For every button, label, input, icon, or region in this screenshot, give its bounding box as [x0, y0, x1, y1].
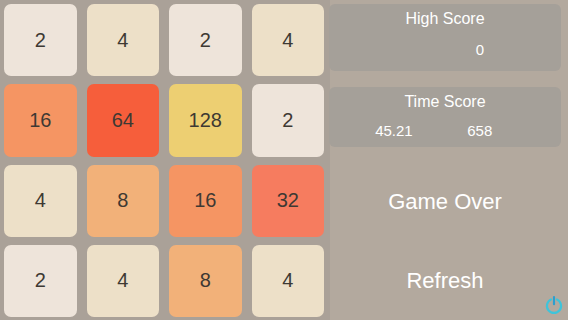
tile-r2c2: 64: [87, 84, 160, 156]
tile-r4c2: 4: [87, 245, 160, 317]
time-score-panel: Time Score 45.21 658: [329, 87, 561, 147]
time-score-title: Time Score: [329, 93, 561, 111]
tile-r4c1: 2: [4, 245, 77, 317]
tile-r4c4: 4: [252, 245, 325, 317]
time-value: 45.21: [375, 122, 413, 139]
tile-r2c4: 2: [252, 84, 325, 156]
tile-r3c1: 4: [4, 165, 77, 237]
tile-r1c4: 4: [252, 4, 325, 76]
high-score-value: 0: [476, 41, 484, 58]
tile-r1c3: 2: [169, 4, 242, 76]
side-panel: High Score 0 Time Score 45.21 658 Game O…: [329, 0, 561, 320]
game-over-label: Game Over: [329, 189, 561, 215]
tile-r4c3: 8: [169, 245, 242, 317]
tile-r2c1: 16: [4, 84, 77, 156]
score-value: 658: [467, 122, 492, 139]
tile-r2c3: 128: [169, 84, 242, 156]
tile-r3c3: 16: [169, 165, 242, 237]
tile-r3c2: 8: [87, 165, 160, 237]
high-score-panel: High Score 0: [329, 4, 561, 71]
tile-r1c1: 2: [4, 4, 77, 76]
refresh-button[interactable]: Refresh: [329, 268, 561, 294]
board[interactable]: 2424166412824816322484: [0, 0, 330, 320]
power-icon[interactable]: [544, 295, 564, 315]
game-2048-screen: 2424166412824816322484 High Score 0 Time…: [0, 0, 568, 320]
high-score-title: High Score: [329, 10, 561, 28]
tile-r1c2: 4: [87, 4, 160, 76]
tile-r3c4: 32: [252, 165, 325, 237]
